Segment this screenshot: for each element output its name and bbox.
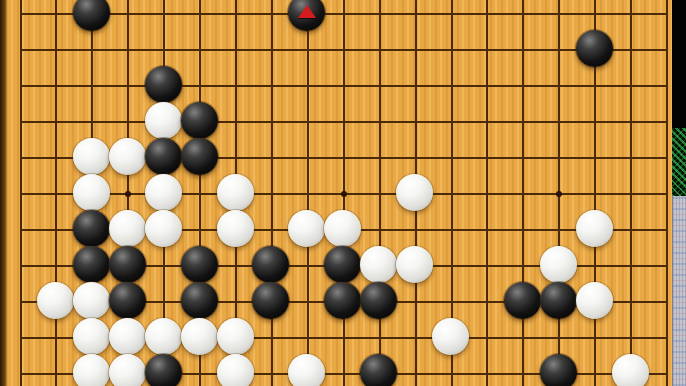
- black-stone: [540, 354, 577, 386]
- white-stone: [217, 354, 254, 386]
- black-stone: [109, 246, 146, 283]
- black-stone: [145, 138, 182, 175]
- black-stone: [181, 102, 218, 139]
- board-left-rim: [0, 0, 7, 386]
- white-stone: [109, 318, 146, 355]
- black-stone: [252, 246, 289, 283]
- black-stone: [504, 282, 541, 319]
- white-stone: [324, 210, 361, 247]
- white-stone: [288, 354, 325, 386]
- black-stone: [324, 246, 361, 283]
- right-strip-green-noise: [672, 128, 686, 196]
- white-stone: [109, 138, 146, 175]
- white-stone: [73, 318, 110, 355]
- screenshot-root: [0, 0, 686, 386]
- white-stone: [540, 246, 577, 283]
- black-stone: [181, 282, 218, 319]
- white-stone: [217, 318, 254, 355]
- right-strip-dark-area: [672, 0, 686, 128]
- grid-line-horizontal: [20, 49, 669, 51]
- black-stone: [73, 0, 110, 31]
- white-stone: [217, 174, 254, 211]
- grid-line-horizontal: [20, 121, 669, 123]
- black-stone: [145, 354, 182, 386]
- star-point: [341, 191, 347, 197]
- white-stone: [73, 354, 110, 386]
- white-stone: [109, 210, 146, 247]
- right-ui-strip: [672, 0, 686, 386]
- white-stone: [145, 210, 182, 247]
- black-stone: [181, 138, 218, 175]
- white-stone: [73, 282, 110, 319]
- black-stone: [181, 246, 218, 283]
- right-strip-gray-panel: [672, 196, 686, 386]
- black-stone: [360, 354, 397, 386]
- white-stone: [432, 318, 469, 355]
- white-stone: [73, 138, 110, 175]
- white-stone: [576, 282, 613, 319]
- white-stone: [109, 354, 146, 386]
- star-point: [125, 191, 131, 197]
- white-stone: [288, 210, 325, 247]
- white-stone: [145, 102, 182, 139]
- black-stone: [576, 30, 613, 67]
- white-stone: [612, 354, 649, 386]
- black-stone: [109, 282, 146, 319]
- white-stone: [360, 246, 397, 283]
- black-stone: [145, 66, 182, 103]
- grid-line-horizontal: [20, 85, 669, 87]
- white-stone: [145, 174, 182, 211]
- black-stone: [73, 246, 110, 283]
- star-point: [556, 191, 562, 197]
- white-stone: [396, 246, 433, 283]
- black-stone: [540, 282, 577, 319]
- white-stone: [73, 174, 110, 211]
- grid-line-horizontal: [20, 13, 669, 15]
- last-move-triangle-icon: [298, 5, 316, 18]
- black-stone: [73, 210, 110, 247]
- white-stone: [37, 282, 74, 319]
- white-stone: [181, 318, 218, 355]
- go-board[interactable]: [0, 0, 672, 386]
- black-stone: [252, 282, 289, 319]
- white-stone: [217, 210, 254, 247]
- black-stone: [324, 282, 361, 319]
- black-stone: [360, 282, 397, 319]
- white-stone: [396, 174, 433, 211]
- white-stone: [145, 318, 182, 355]
- white-stone: [576, 210, 613, 247]
